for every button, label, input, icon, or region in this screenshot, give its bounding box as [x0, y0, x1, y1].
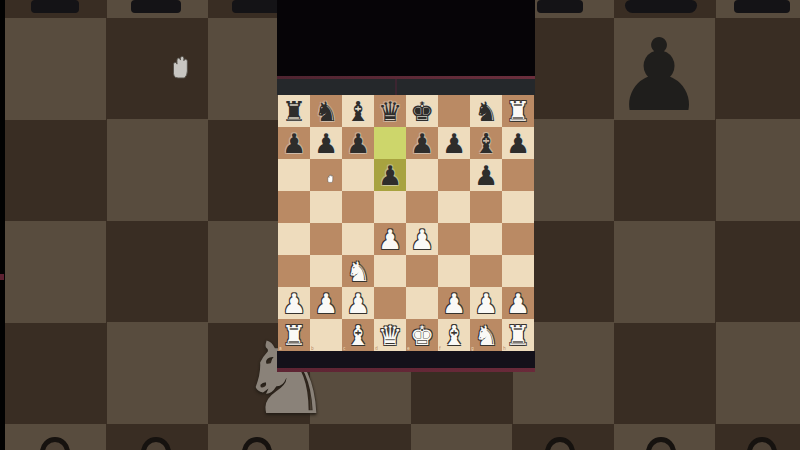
- square-e4[interactable]: ♟: [406, 223, 438, 255]
- piece-bP-f7: ♟: [438, 127, 470, 159]
- piece-bP-d6: ♟: [374, 159, 406, 191]
- square-f7[interactable]: ♟: [438, 127, 470, 159]
- background-piece-base: [31, 0, 79, 13]
- square-h7[interactable]: ♟: [502, 127, 534, 159]
- square-c5[interactable]: [342, 191, 374, 223]
- file-label-d: d: [375, 347, 378, 351]
- square-c2[interactable]: ♟: [342, 287, 374, 319]
- piece-bK-e8: ♚: [406, 95, 438, 127]
- square-c8[interactable]: ♝: [342, 95, 374, 127]
- piece-wB-c1: ♝: [342, 319, 374, 351]
- piece-bN-g8: ♞: [470, 95, 502, 127]
- square-d1[interactable]: ♛d: [374, 319, 406, 351]
- dark-strip-above-board: [277, 79, 535, 95]
- piece-wB-f1: ♝: [438, 319, 470, 351]
- piece-wR-a1: ♜: [278, 319, 310, 351]
- video-content: ♜♞♝♛♚♞♜♟♟♟♟♟♝♟♟♟♟♟♞♟♟♟♟♟♟♜ab♝c♛d♚e♝f♞g♜h: [277, 0, 535, 372]
- file-label-g: g: [471, 347, 474, 351]
- square-d3[interactable]: [374, 255, 406, 287]
- piece-bP-c7: ♟: [342, 127, 374, 159]
- red-seam: [395, 79, 397, 95]
- piece-wP-b2: ♟: [310, 287, 342, 319]
- board: ♜♞♝♛♚♞♜♟♟♟♟♟♝♟♟♟♟♟♞♟♟♟♟♟♟♜ab♝c♛d♚e♝f♞g♜h: [278, 95, 534, 351]
- square-h5[interactable]: [502, 191, 534, 223]
- square-e6[interactable]: [406, 159, 438, 191]
- letterbox-bar-left: [0, 0, 5, 450]
- file-label-b: b: [311, 347, 314, 351]
- red-streak: [0, 274, 4, 280]
- square-e7[interactable]: ♟: [406, 127, 438, 159]
- piece-wP-a2: ♟: [278, 287, 310, 319]
- square-b2[interactable]: ♟: [310, 287, 342, 319]
- square-a3[interactable]: [278, 255, 310, 287]
- square-c4[interactable]: [342, 223, 374, 255]
- square-a8[interactable]: ♜: [278, 95, 310, 127]
- square-g2[interactable]: ♟: [470, 287, 502, 319]
- piece-bR-a8: ♜: [278, 95, 310, 127]
- square-a6[interactable]: [278, 159, 310, 191]
- square-e3[interactable]: [406, 255, 438, 287]
- square-f4[interactable]: [438, 223, 470, 255]
- square-h1[interactable]: ♜h: [502, 319, 534, 351]
- piece-bN-b8: ♞: [310, 95, 342, 127]
- square-d2[interactable]: [374, 287, 406, 319]
- board-hand-cursor-icon: [326, 169, 335, 188]
- square-c6[interactable]: [342, 159, 374, 191]
- piece-wN-c3: ♞: [342, 255, 374, 287]
- piece-bP-g6: ♟: [470, 159, 502, 191]
- square-h2[interactable]: ♟: [502, 287, 534, 319]
- square-b1[interactable]: b: [310, 319, 342, 351]
- square-f3[interactable]: [438, 255, 470, 287]
- square-b8[interactable]: ♞: [310, 95, 342, 127]
- square-d5[interactable]: [374, 191, 406, 223]
- square-f1[interactable]: ♝f: [438, 319, 470, 351]
- background-piece-base: [625, 0, 697, 13]
- square-a7[interactable]: ♟: [278, 127, 310, 159]
- square-c1[interactable]: ♝c: [342, 319, 374, 351]
- background-piece-base: [131, 0, 181, 13]
- video-frame: ♟ ♞ ♜♞♝♛♚♞♜♟♟♟♟♟♝♟♟♟♟♟♞♟♟♟♟♟♟♜ab♝c♛d♚e♝f…: [0, 0, 800, 450]
- piece-bQ-d8: ♛: [374, 95, 406, 127]
- square-d6[interactable]: ♟: [374, 159, 406, 191]
- file-label-e: e: [407, 347, 410, 351]
- square-g5[interactable]: [470, 191, 502, 223]
- square-c3[interactable]: ♞: [342, 255, 374, 287]
- piece-bP-b7: ♟: [310, 127, 342, 159]
- piece-wP-f2: ♟: [438, 287, 470, 319]
- square-a1[interactable]: ♜a: [278, 319, 310, 351]
- square-g8[interactable]: ♞: [470, 95, 502, 127]
- square-b5[interactable]: [310, 191, 342, 223]
- square-d7[interactable]: [374, 127, 406, 159]
- piece-wQ-d1: ♛: [374, 319, 406, 351]
- square-f6[interactable]: [438, 159, 470, 191]
- square-a2[interactable]: ♟: [278, 287, 310, 319]
- square-f5[interactable]: [438, 191, 470, 223]
- piece-bB-g7: ♝: [470, 127, 502, 159]
- piece-wP-d4: ♟: [374, 223, 406, 255]
- square-b3[interactable]: [310, 255, 342, 287]
- square-h8[interactable]: ♜: [502, 95, 534, 127]
- square-b4[interactable]: [310, 223, 342, 255]
- file-label-a: a: [279, 347, 282, 351]
- background-piece-base: [734, 0, 790, 13]
- square-e5[interactable]: [406, 191, 438, 223]
- square-d4[interactable]: ♟: [374, 223, 406, 255]
- file-label-f: f: [439, 347, 441, 351]
- square-g6[interactable]: ♟: [470, 159, 502, 191]
- square-b7[interactable]: ♟: [310, 127, 342, 159]
- square-e8[interactable]: ♚: [406, 95, 438, 127]
- square-g7[interactable]: ♝: [470, 127, 502, 159]
- piece-wP-g2: ♟: [470, 287, 502, 319]
- square-a4[interactable]: [278, 223, 310, 255]
- hand-cursor-icon: [168, 52, 194, 86]
- piece-wN-g1: ♞: [470, 319, 502, 351]
- piece-bP-h7: ♟: [502, 127, 534, 159]
- square-e2[interactable]: [406, 287, 438, 319]
- red-line-bottom: [277, 368, 535, 372]
- piece-bP-e7: ♟: [406, 127, 438, 159]
- square-f8[interactable]: [438, 95, 470, 127]
- piece-wK-e1: ♚: [406, 319, 438, 351]
- square-h4[interactable]: [502, 223, 534, 255]
- piece-wP-h2: ♟: [502, 287, 534, 319]
- square-f2[interactable]: ♟: [438, 287, 470, 319]
- background-black-pawn: ♟: [599, 26, 719, 126]
- video-bottom-black: [277, 351, 535, 368]
- piece-bB-c8: ♝: [342, 95, 374, 127]
- square-d8[interactable]: ♛: [374, 95, 406, 127]
- video-top-black: [277, 0, 535, 76]
- square-a5[interactable]: [278, 191, 310, 223]
- square-h6[interactable]: [502, 159, 534, 191]
- file-label-h: h: [503, 347, 506, 351]
- square-g4[interactable]: [470, 223, 502, 255]
- square-g3[interactable]: [470, 255, 502, 287]
- square-h3[interactable]: [502, 255, 534, 287]
- square-g1[interactable]: ♞g: [470, 319, 502, 351]
- piece-wP-e4: ♟: [406, 223, 438, 255]
- piece-wR-h1: ♜: [502, 319, 534, 351]
- piece-wR-h8: ♜: [502, 95, 534, 127]
- square-c7[interactable]: ♟: [342, 127, 374, 159]
- file-label-c: c: [343, 347, 345, 351]
- background-piece-base: [537, 0, 583, 13]
- piece-bP-a7: ♟: [278, 127, 310, 159]
- background-piece-base: [232, 0, 282, 13]
- square-e1[interactable]: ♚e: [406, 319, 438, 351]
- piece-wP-c2: ♟: [342, 287, 374, 319]
